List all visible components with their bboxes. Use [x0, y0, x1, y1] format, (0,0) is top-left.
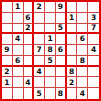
sudoku-cell-r5c9[interactable]: 4: [88, 45, 99, 56]
sudoku-cell-r6c7[interactable]: [67, 56, 78, 67]
sudoku-cell-r4c7[interactable]: [67, 34, 78, 45]
sudoku-cell-r9c7[interactable]: [67, 88, 78, 99]
sudoku-cell-r6c5[interactable]: 5: [45, 56, 56, 67]
sudoku-cell-r3c8[interactable]: [77, 24, 88, 35]
sudoku-cell-r3c6[interactable]: 5: [56, 24, 67, 35]
sudoku-cell-r7c6[interactable]: [56, 67, 67, 78]
sudoku-cell-r4c2[interactable]: 4: [13, 34, 24, 45]
sudoku-cell-r9c1[interactable]: [2, 88, 13, 99]
sudoku-cell-r1c7[interactable]: [67, 2, 78, 13]
sudoku-cell-r4c9[interactable]: [88, 34, 99, 45]
sudoku-cell-r8c5[interactable]: [45, 77, 56, 88]
sudoku-cell-r1c2[interactable]: 1: [13, 2, 24, 13]
sudoku-cell-r7c5[interactable]: [45, 67, 56, 78]
sudoku-cell-r4c3[interactable]: [24, 34, 35, 45]
sudoku-cell-r2c8[interactable]: [77, 13, 88, 24]
sudoku-cell-r4c1[interactable]: [2, 34, 13, 45]
sudoku-cell-r4c5[interactable]: 1: [45, 34, 56, 45]
sudoku-cell-r5c5[interactable]: 8: [45, 45, 56, 56]
sudoku-cell-r3c4[interactable]: [34, 24, 45, 35]
sudoku-cell-r9c9[interactable]: [88, 88, 99, 99]
sudoku-cell-r6c2[interactable]: 6: [13, 56, 24, 67]
sudoku-cell-r3c2[interactable]: [13, 24, 24, 35]
sudoku-cell-r2c3[interactable]: 6: [24, 13, 35, 24]
sudoku-cell-r9c6[interactable]: 8: [56, 88, 67, 99]
sudoku-cell-r1c5[interactable]: [45, 2, 56, 13]
sudoku-cell-r5c6[interactable]: 6: [56, 45, 67, 56]
sudoku-cell-r2c7[interactable]: 1: [67, 13, 78, 24]
sudoku-cell-r3c5[interactable]: [45, 24, 56, 35]
sudoku-cell-r1c4[interactable]: 2: [34, 2, 45, 13]
sudoku-cell-r7c8[interactable]: [77, 67, 88, 78]
sudoku-cell-r9c5[interactable]: [45, 88, 56, 99]
sudoku-cell-r7c2[interactable]: [13, 67, 24, 78]
sudoku-cell-r6c3[interactable]: [24, 56, 35, 67]
sudoku-cell-r6c6[interactable]: [56, 56, 67, 67]
sudoku-cell-r8c9[interactable]: [88, 77, 99, 88]
sudoku-cell-r4c4[interactable]: [34, 34, 45, 45]
sudoku-cell-r1c3[interactable]: [24, 2, 35, 13]
sudoku-cell-r5c3[interactable]: [24, 45, 35, 56]
sudoku-cell-r8c6[interactable]: [56, 77, 67, 88]
sudoku-cell-r8c2[interactable]: [13, 77, 24, 88]
sudoku-cell-r6c8[interactable]: 8: [77, 56, 88, 67]
sudoku-cell-r8c3[interactable]: 4: [24, 77, 35, 88]
sudoku-cell-r4c8[interactable]: 6: [77, 34, 88, 45]
sudoku-cell-r5c4[interactable]: 7: [34, 45, 45, 56]
sudoku-cell-r3c3[interactable]: 2: [24, 24, 35, 35]
sudoku-cell-r9c3[interactable]: [24, 88, 35, 99]
sudoku-cell-r6c1[interactable]: [2, 56, 13, 67]
sudoku-cell-r9c4[interactable]: 5: [34, 88, 45, 99]
sudoku-cell-r2c5[interactable]: [45, 13, 56, 24]
sudoku-cell-r3c7[interactable]: [67, 24, 78, 35]
sudoku-cell-r1c9[interactable]: [88, 2, 99, 13]
sudoku-cell-r6c9[interactable]: [88, 56, 99, 67]
sudoku-cell-r6c4[interactable]: [34, 56, 45, 67]
sudoku-cell-r8c7[interactable]: 2: [67, 77, 78, 88]
sudoku-cell-r9c2[interactable]: [13, 88, 24, 99]
sudoku-cell-r7c9[interactable]: [88, 67, 99, 78]
sudoku-cell-r8c8[interactable]: [77, 77, 88, 88]
sudoku-cell-r2c1[interactable]: [2, 13, 13, 24]
sudoku-cell-r3c1[interactable]: [2, 24, 13, 35]
sudoku-cell-r5c2[interactable]: [13, 45, 24, 56]
sudoku-cell-r8c4[interactable]: [34, 77, 45, 88]
sudoku-cell-r1c1[interactable]: [2, 2, 13, 13]
sudoku-cell-r5c1[interactable]: 9: [2, 45, 13, 56]
sudoku-cell-r5c8[interactable]: [77, 45, 88, 56]
sudoku-cell-r9c8[interactable]: 4: [77, 88, 88, 99]
sudoku-cell-r7c4[interactable]: 4: [34, 67, 45, 78]
sudoku-cell-r2c4[interactable]: [34, 13, 45, 24]
sudoku-cell-r7c1[interactable]: 2: [2, 67, 13, 78]
sudoku-cell-r2c9[interactable]: 3: [88, 13, 99, 24]
sudoku-cell-r1c6[interactable]: 9: [56, 2, 67, 13]
sudoku-cell-r5c7[interactable]: [67, 45, 78, 56]
sudoku-cell-r2c6[interactable]: [56, 13, 67, 24]
sudoku-cell-r2c2[interactable]: [13, 13, 24, 24]
sudoku-cell-r7c3[interactable]: [24, 67, 35, 78]
sudoku-cell-r8c1[interactable]: 1: [2, 77, 13, 88]
sudoku-cell-r3c9[interactable]: 7: [88, 24, 99, 35]
sudoku-board: 12961325741697864658248142584: [0, 0, 101, 101]
sudoku-cell-r7c7[interactable]: 8: [67, 67, 78, 78]
sudoku-cell-r1c8[interactable]: [77, 2, 88, 13]
sudoku-cell-r4c6[interactable]: [56, 34, 67, 45]
